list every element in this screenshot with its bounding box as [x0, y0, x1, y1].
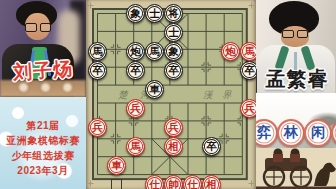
channel-char-disc: 林 — [277, 119, 305, 147]
piece-black-卒[interactable]: 卒 — [240, 61, 256, 80]
piece-black-炮[interactable]: 炮 — [126, 42, 145, 61]
piece-red-相[interactable]: 相 — [164, 137, 183, 156]
piece-black-卒[interactable]: 卒 — [88, 61, 107, 80]
xiangqi-board: 楚河 漢界 象士将士馬炮馬象炮馬卒卒卒卒車兵兵兵兵馬相卒車仕帥仕相 — [86, 0, 256, 189]
channel-char-disc: 闲 — [304, 119, 332, 147]
piece-red-車[interactable]: 車 — [107, 156, 126, 175]
blurred-piece — [62, 82, 73, 93]
piece-black-象[interactable]: 象 — [164, 42, 183, 61]
event-line-1: 第21届 — [0, 118, 86, 133]
piece-black-馬[interactable]: 馬 — [145, 42, 164, 61]
piece-black-象[interactable]: 象 — [126, 4, 145, 23]
player-name-right: 孟繁睿 — [258, 66, 336, 93]
event-line-3: 少年组选拔赛 — [0, 148, 86, 163]
channel-char-disc: 弈 — [256, 119, 278, 147]
channel-badge: 弈林闲编 — [256, 119, 336, 147]
event-line-4: 2023年3月 — [0, 163, 86, 178]
glasses-icon — [282, 30, 308, 38]
piece-red-兵[interactable]: 兵 — [240, 99, 256, 118]
left-player-panel: 刘子炀 第21届 亚洲象棋锦标赛 少年组选拔赛 2023年3月 — [0, 0, 86, 189]
last-move-marker — [111, 179, 122, 189]
flower-background: 第21届 亚洲象棋锦标赛 少年组选拔赛 2023年3月 — [0, 97, 86, 189]
piece-red-馬[interactable]: 馬 — [126, 137, 145, 156]
piece-black-将[interactable]: 将 — [164, 4, 183, 23]
glasses-icon — [25, 23, 51, 32]
piece-red-兵[interactable]: 兵 — [164, 118, 183, 137]
chariot-illustration-art — [256, 148, 336, 189]
piece-red-炮[interactable]: 炮 — [221, 42, 240, 61]
piece-red-仕[interactable]: 仕 — [145, 175, 164, 189]
piece-grid: 象士将士馬炮馬象炮馬卒卒卒卒車兵兵兵兵馬相卒車仕帥仕相 — [88, 4, 251, 183]
piece-red-仕[interactable]: 仕 — [183, 175, 202, 189]
piece-red-兵[interactable]: 兵 — [88, 118, 107, 137]
channel-char-disc: 编 — [331, 119, 336, 147]
piece-black-馬[interactable]: 馬 — [88, 42, 107, 61]
piece-black-車[interactable]: 車 — [145, 80, 164, 99]
piece-black-卒[interactable]: 卒 — [164, 61, 183, 80]
piece-black-士[interactable]: 士 — [145, 4, 164, 23]
piece-black-士[interactable]: 士 — [164, 23, 183, 42]
piece-red-帥[interactable]: 帥 — [164, 175, 183, 189]
right-player-panel: 孟繁睿 弈林闲编 — [256, 0, 336, 189]
broadcast-frame: 刘子炀 第21届 亚洲象棋锦标赛 少年组选拔赛 2023年3月 楚河 漢界 象士… — [0, 0, 336, 189]
piece-red-相[interactable]: 相 — [202, 175, 221, 189]
piece-red-馬[interactable]: 馬 — [240, 42, 256, 61]
event-line-2: 亚洲象棋锦标赛 — [0, 133, 86, 148]
piece-black-卒[interactable]: 卒 — [126, 61, 145, 80]
piece-black-卒[interactable]: 卒 — [202, 137, 221, 156]
event-info: 第21届 亚洲象棋锦标赛 少年组选拔赛 2023年3月 — [0, 118, 86, 178]
piece-red-兵[interactable]: 兵 — [126, 99, 145, 118]
